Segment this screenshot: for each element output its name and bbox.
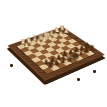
product-photo: ♜♞♝♛♚♝♞♜♟♟♟♟♟♟♟♟♟♟♟♟♟♟♟♟♜♞♝♛♚♝♞♜ bbox=[0, 0, 107, 107]
board-foot bbox=[77, 78, 80, 81]
square: ♟ bbox=[26, 45, 36, 50]
chess-board: ♜♞♝♛♚♝♞♜♟♟♟♟♟♟♟♟♟♟♟♟♟♟♟♟♜♞♝♛♚♝♞♜ bbox=[7, 27, 105, 81]
board-foot bbox=[93, 70, 96, 73]
board-foot bbox=[10, 64, 13, 67]
